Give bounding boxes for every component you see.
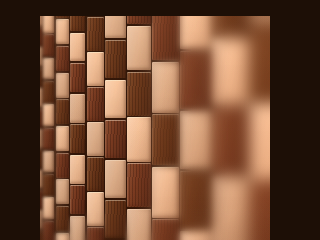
board-cell [127, 163, 151, 207]
board-cell [56, 153, 69, 178]
board-cell [40, 129, 42, 148]
board-cell [127, 117, 151, 161]
board-cell [56, 126, 69, 151]
board-cell [56, 179, 69, 204]
board-cell [213, 176, 249, 240]
board-cell [105, 200, 125, 238]
board-cell [87, 17, 105, 50]
board-cell [127, 26, 151, 70]
board-cell [87, 157, 105, 190]
board-cell [43, 197, 54, 219]
board-cell [250, 16, 270, 22]
board-cell [40, 88, 42, 107]
board-cell [70, 16, 85, 31]
board-cell [40, 27, 42, 46]
board-cell [180, 171, 211, 230]
board-cell [250, 103, 270, 180]
board-cell [180, 16, 211, 49]
board-cell [105, 40, 125, 78]
board-cell [87, 122, 105, 155]
board-cell [70, 33, 85, 62]
board-cell [43, 128, 54, 150]
board-cell [152, 167, 179, 218]
board-cell [40, 149, 42, 168]
board-cell [105, 120, 125, 158]
board-cell [43, 174, 54, 196]
board-cell [127, 72, 151, 116]
board-cell [70, 124, 85, 153]
board-cell [127, 209, 151, 240]
board-cell [40, 16, 42, 26]
board-cell [213, 107, 249, 174]
board-cell [40, 190, 42, 209]
board-cell [43, 81, 54, 103]
board-cell [87, 87, 105, 120]
board-cell [43, 58, 54, 80]
board-cell [40, 210, 42, 229]
board-cell [70, 63, 85, 92]
board-cell [152, 16, 179, 60]
board-cell [40, 170, 42, 189]
board-cell [87, 192, 105, 225]
board-cell [40, 47, 42, 66]
board-cell [127, 16, 151, 24]
board-cell [180, 51, 211, 110]
board-cell [213, 16, 249, 37]
board-cell [43, 151, 54, 173]
board-cell [250, 24, 270, 101]
board-cell [180, 231, 211, 240]
board-cell [43, 16, 54, 33]
board-cell [56, 46, 69, 71]
board-cell [152, 62, 179, 113]
board-cell [56, 73, 69, 98]
board-cell [180, 111, 211, 170]
board-cell [105, 80, 125, 118]
board-cell [56, 99, 69, 124]
board-cell [105, 160, 125, 198]
board-cell [56, 233, 69, 240]
board-cell [43, 34, 54, 56]
board-cell [43, 104, 54, 126]
board-cell [40, 109, 42, 128]
board-cell [250, 181, 270, 240]
board-cell [70, 216, 85, 240]
board-cell [152, 219, 179, 240]
board-cell [87, 227, 105, 240]
board [40, 16, 270, 240]
board-cell [40, 231, 42, 240]
board-cell [87, 52, 105, 85]
wood-checkerboard-photo [40, 16, 270, 240]
board-cell [56, 206, 69, 231]
board-cell [105, 16, 125, 38]
board-cell [152, 114, 179, 165]
board-cell [40, 68, 42, 87]
board-cell [70, 155, 85, 184]
board-cell [70, 94, 85, 123]
board-cell [43, 221, 54, 240]
board-cell [56, 19, 69, 44]
board-cell [70, 185, 85, 214]
board-cell [56, 16, 69, 18]
board-cell [213, 38, 249, 105]
